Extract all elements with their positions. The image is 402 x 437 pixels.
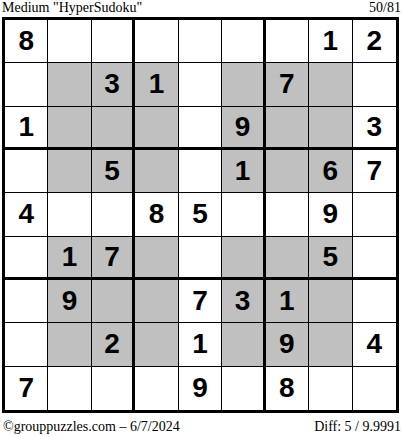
cell-r4c5[interactable] xyxy=(179,150,222,193)
header-bar: Medium "HyperSudoku" 50/81 xyxy=(2,0,401,17)
cell-r7c1[interactable] xyxy=(5,280,48,323)
cell-r4c7[interactable] xyxy=(266,150,309,193)
cell-r6c8[interactable]: 5 xyxy=(309,237,352,280)
puzzle-page: Medium "HyperSudoku" 50/81 8123171935167… xyxy=(0,0,402,437)
cell-r7c5[interactable]: 7 xyxy=(179,280,222,323)
cell-r6c4[interactable] xyxy=(135,237,178,280)
cell-r2c9[interactable] xyxy=(353,63,396,106)
cell-r5c7[interactable] xyxy=(266,193,309,236)
cell-r5c3[interactable] xyxy=(92,193,135,236)
cell-r8c9[interactable]: 4 xyxy=(353,323,396,366)
cell-r6c9[interactable] xyxy=(353,237,396,280)
cell-r6c5[interactable] xyxy=(179,237,222,280)
cell-r9c4[interactable] xyxy=(135,367,178,410)
cell-r6c3[interactable]: 7 xyxy=(92,237,135,280)
empty-cell-counter: 50/81 xyxy=(369,0,401,16)
cell-r3c5[interactable] xyxy=(179,107,222,150)
cell-r3c2[interactable] xyxy=(48,107,91,150)
cell-r1c7[interactable] xyxy=(266,20,309,63)
cell-r1c9[interactable]: 2 xyxy=(353,20,396,63)
cell-r1c5[interactable] xyxy=(179,20,222,63)
cell-r1c3[interactable] xyxy=(92,20,135,63)
cell-r8c1[interactable] xyxy=(5,323,48,366)
cell-r8c8[interactable] xyxy=(309,323,352,366)
cell-r3c9[interactable]: 3 xyxy=(353,107,396,150)
cell-r4c2[interactable] xyxy=(48,150,91,193)
cell-r9c9[interactable] xyxy=(353,367,396,410)
cell-r6c7[interactable] xyxy=(266,237,309,280)
cell-r1c6[interactable] xyxy=(222,20,265,63)
cell-r8c5[interactable]: 1 xyxy=(179,323,222,366)
cell-r7c3[interactable] xyxy=(92,280,135,323)
cell-r9c3[interactable] xyxy=(92,367,135,410)
cell-r2c7[interactable]: 7 xyxy=(266,63,309,106)
cell-r2c4[interactable]: 1 xyxy=(135,63,178,106)
cell-r9c6[interactable] xyxy=(222,367,265,410)
cell-r7c4[interactable] xyxy=(135,280,178,323)
cell-r1c1[interactable]: 8 xyxy=(5,20,48,63)
cell-r4c8[interactable]: 6 xyxy=(309,150,352,193)
cell-r2c6[interactable] xyxy=(222,63,265,106)
cell-r5c9[interactable] xyxy=(353,193,396,236)
puzzle-title: Medium "HyperSudoku" xyxy=(2,0,142,16)
cell-r2c5[interactable] xyxy=(179,63,222,106)
cell-r8c6[interactable] xyxy=(222,323,265,366)
cell-r7c9[interactable] xyxy=(353,280,396,323)
cell-r1c4[interactable] xyxy=(135,20,178,63)
cell-r9c5[interactable]: 9 xyxy=(179,367,222,410)
cell-r3c8[interactable] xyxy=(309,107,352,150)
cell-r8c4[interactable] xyxy=(135,323,178,366)
cell-r7c2[interactable]: 9 xyxy=(48,280,91,323)
cell-r7c8[interactable] xyxy=(309,280,352,323)
footer-bar: ©grouppuzzles.com – 6/7/2024 Diff: 5 / 9… xyxy=(3,418,401,435)
cell-r9c2[interactable] xyxy=(48,367,91,410)
cell-r6c2[interactable]: 1 xyxy=(48,237,91,280)
cell-r4c1[interactable] xyxy=(5,150,48,193)
cell-r7c7[interactable]: 1 xyxy=(266,280,309,323)
cell-r9c7[interactable]: 8 xyxy=(266,367,309,410)
sudoku-grid: 8123171935167485917597312194798 xyxy=(2,17,399,413)
cell-r8c2[interactable] xyxy=(48,323,91,366)
cell-r5c6[interactable] xyxy=(222,193,265,236)
cell-r8c7[interactable]: 9 xyxy=(266,323,309,366)
cell-r3c7[interactable] xyxy=(266,107,309,150)
cell-r5c8[interactable]: 9 xyxy=(309,193,352,236)
cell-r4c9[interactable]: 7 xyxy=(353,150,396,193)
cell-r3c1[interactable]: 1 xyxy=(5,107,48,150)
cell-r9c8[interactable] xyxy=(309,367,352,410)
cell-r1c8[interactable]: 1 xyxy=(309,20,352,63)
cell-r4c4[interactable] xyxy=(135,150,178,193)
cell-r1c2[interactable] xyxy=(48,20,91,63)
cell-r6c1[interactable] xyxy=(5,237,48,280)
cell-r5c5[interactable]: 5 xyxy=(179,193,222,236)
cell-r9c1[interactable]: 7 xyxy=(5,367,48,410)
cell-r7c6[interactable]: 3 xyxy=(222,280,265,323)
cell-r2c3[interactable]: 3 xyxy=(92,63,135,106)
copyright-credit: ©grouppuzzles.com – 6/7/2024 xyxy=(3,419,180,435)
cell-r2c2[interactable] xyxy=(48,63,91,106)
cell-r8c3[interactable]: 2 xyxy=(92,323,135,366)
cell-r2c8[interactable] xyxy=(309,63,352,106)
cell-r2c1[interactable] xyxy=(5,63,48,106)
cell-r4c3[interactable]: 5 xyxy=(92,150,135,193)
cell-r3c3[interactable] xyxy=(92,107,135,150)
cell-r6c6[interactable] xyxy=(222,237,265,280)
cell-r3c6[interactable]: 9 xyxy=(222,107,265,150)
cell-r4c6[interactable]: 1 xyxy=(222,150,265,193)
cell-r3c4[interactable] xyxy=(135,107,178,150)
difficulty-label: Diff: 5 / 9.9991 xyxy=(314,419,401,435)
cell-r5c2[interactable] xyxy=(48,193,91,236)
cell-r5c1[interactable]: 4 xyxy=(5,193,48,236)
cell-r5c4[interactable]: 8 xyxy=(135,193,178,236)
